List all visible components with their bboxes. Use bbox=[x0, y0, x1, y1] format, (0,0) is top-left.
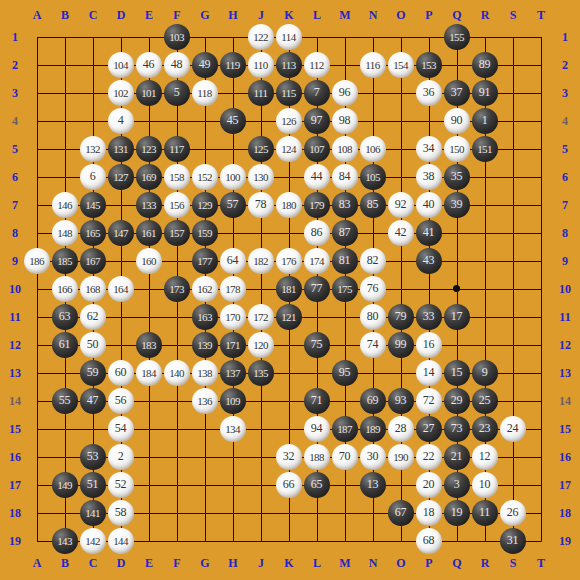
board-cell[interactable] bbox=[107, 303, 135, 331]
board-cell[interactable]: 141 bbox=[79, 499, 107, 527]
board-cell[interactable] bbox=[23, 275, 51, 303]
board-cell[interactable]: 130 bbox=[247, 163, 275, 191]
board-cell[interactable] bbox=[303, 303, 331, 331]
board-cell[interactable]: 136 bbox=[191, 387, 219, 415]
board-cell[interactable] bbox=[387, 527, 415, 555]
board-cell[interactable] bbox=[499, 387, 527, 415]
board-cell[interactable] bbox=[51, 443, 79, 471]
board-cell[interactable] bbox=[471, 163, 499, 191]
board-cell[interactable] bbox=[387, 79, 415, 107]
board-cell[interactable] bbox=[527, 219, 555, 247]
board-cell[interactable]: 188 bbox=[303, 443, 331, 471]
board-cell[interactable]: 137 bbox=[219, 359, 247, 387]
board-cell[interactable] bbox=[107, 23, 135, 51]
board-cell[interactable] bbox=[499, 163, 527, 191]
board-cell[interactable]: 124 bbox=[275, 135, 303, 163]
board-cell[interactable] bbox=[527, 275, 555, 303]
board-cell[interactable]: 59 bbox=[79, 359, 107, 387]
board-cell[interactable]: 183 bbox=[135, 331, 163, 359]
board-cell[interactable] bbox=[135, 23, 163, 51]
board-cell[interactable] bbox=[247, 415, 275, 443]
board-cell[interactable]: 70 bbox=[331, 443, 359, 471]
board-cell[interactable] bbox=[359, 23, 387, 51]
board-cell[interactable]: 73 bbox=[443, 415, 471, 443]
board-cell[interactable]: 5 bbox=[163, 79, 191, 107]
board-cell[interactable] bbox=[331, 499, 359, 527]
board-cell[interactable] bbox=[359, 219, 387, 247]
board-cell[interactable] bbox=[107, 191, 135, 219]
board-cell[interactable] bbox=[135, 387, 163, 415]
board-cell[interactable] bbox=[135, 527, 163, 555]
board-cell[interactable]: 67 bbox=[387, 499, 415, 527]
board-cell[interactable]: 132 bbox=[79, 135, 107, 163]
board-cell[interactable]: 170 bbox=[219, 303, 247, 331]
board-cell[interactable]: 122 bbox=[247, 23, 275, 51]
board-cell[interactable] bbox=[527, 107, 555, 135]
board-cell[interactable]: 142 bbox=[79, 527, 107, 555]
board-cell[interactable] bbox=[443, 331, 471, 359]
board-cell[interactable]: 107 bbox=[303, 135, 331, 163]
board-cell[interactable] bbox=[191, 471, 219, 499]
board-cell[interactable]: 36 bbox=[415, 79, 443, 107]
board-cell[interactable] bbox=[443, 219, 471, 247]
board-cell[interactable]: 164 bbox=[107, 275, 135, 303]
board-cell[interactable]: 33 bbox=[415, 303, 443, 331]
board-cell[interactable]: 140 bbox=[163, 359, 191, 387]
board-cell[interactable] bbox=[499, 219, 527, 247]
board-cell[interactable] bbox=[499, 79, 527, 107]
board-cell[interactable]: 150 bbox=[443, 135, 471, 163]
board-cell[interactable] bbox=[387, 163, 415, 191]
board-cell[interactable]: 69 bbox=[359, 387, 387, 415]
board-cell[interactable]: 41 bbox=[415, 219, 443, 247]
board-cell[interactable] bbox=[135, 107, 163, 135]
board-cell[interactable]: 98 bbox=[331, 107, 359, 135]
board-cell[interactable] bbox=[415, 107, 443, 135]
board-cell[interactable]: 20 bbox=[415, 471, 443, 499]
board-cell[interactable] bbox=[219, 471, 247, 499]
board-cell[interactable] bbox=[471, 275, 499, 303]
board-cell[interactable] bbox=[499, 191, 527, 219]
board-cell[interactable] bbox=[387, 23, 415, 51]
board-cell[interactable] bbox=[163, 443, 191, 471]
board-cell[interactable] bbox=[499, 331, 527, 359]
board-cell[interactable] bbox=[51, 51, 79, 79]
board-cell[interactable]: 72 bbox=[415, 387, 443, 415]
board-cell[interactable]: 90 bbox=[443, 107, 471, 135]
board-cell[interactable]: 17 bbox=[443, 303, 471, 331]
board-cell[interactable]: 12 bbox=[471, 443, 499, 471]
board-cell[interactable]: 3 bbox=[443, 471, 471, 499]
board-cell[interactable]: 76 bbox=[359, 275, 387, 303]
board-cell[interactable] bbox=[331, 527, 359, 555]
board-cell[interactable] bbox=[191, 527, 219, 555]
board-cell[interactable]: 158 bbox=[163, 163, 191, 191]
board-cell[interactable]: 180 bbox=[275, 191, 303, 219]
board-cell[interactable] bbox=[527, 443, 555, 471]
board-cell[interactable] bbox=[163, 499, 191, 527]
board-cell[interactable] bbox=[23, 499, 51, 527]
board-cell[interactable] bbox=[23, 51, 51, 79]
board-cell[interactable] bbox=[331, 51, 359, 79]
board-cell[interactable] bbox=[331, 331, 359, 359]
board-cell[interactable] bbox=[23, 23, 51, 51]
board-cell[interactable]: 123 bbox=[135, 135, 163, 163]
board-cell[interactable]: 143 bbox=[51, 527, 79, 555]
board-cell[interactable]: 155 bbox=[443, 23, 471, 51]
board-cell[interactable]: 133 bbox=[135, 191, 163, 219]
board-cell[interactable] bbox=[247, 527, 275, 555]
board-cell[interactable] bbox=[275, 219, 303, 247]
board-cell[interactable]: 94 bbox=[303, 415, 331, 443]
board-cell[interactable] bbox=[23, 107, 51, 135]
board-cell[interactable]: 30 bbox=[359, 443, 387, 471]
board-cell[interactable] bbox=[23, 79, 51, 107]
board-cell[interactable] bbox=[387, 275, 415, 303]
board-cell[interactable]: 151 bbox=[471, 135, 499, 163]
board-cell[interactable] bbox=[359, 79, 387, 107]
board-cell[interactable]: 99 bbox=[387, 331, 415, 359]
board-cell[interactable] bbox=[471, 23, 499, 51]
board-cell[interactable]: 126 bbox=[275, 107, 303, 135]
board-cell[interactable]: 91 bbox=[471, 79, 499, 107]
board-cell[interactable]: 148 bbox=[51, 219, 79, 247]
board-cell[interactable]: 46 bbox=[135, 51, 163, 79]
board-cell[interactable]: 75 bbox=[303, 331, 331, 359]
board-cell[interactable] bbox=[247, 499, 275, 527]
board-cell[interactable] bbox=[331, 471, 359, 499]
board-cell[interactable] bbox=[471, 247, 499, 275]
board-cell[interactable] bbox=[471, 219, 499, 247]
board-cell[interactable]: 34 bbox=[415, 135, 443, 163]
board-cell[interactable] bbox=[527, 79, 555, 107]
board-cell[interactable] bbox=[443, 247, 471, 275]
board-cell[interactable]: 27 bbox=[415, 415, 443, 443]
board-cell[interactable] bbox=[359, 527, 387, 555]
board-cell[interactable]: 58 bbox=[107, 499, 135, 527]
board-cell[interactable] bbox=[275, 499, 303, 527]
board-cell[interactable]: 29 bbox=[443, 387, 471, 415]
board-cell[interactable]: 65 bbox=[303, 471, 331, 499]
board-cell[interactable]: 102 bbox=[107, 79, 135, 107]
board-cell[interactable]: 127 bbox=[107, 163, 135, 191]
board-cell[interactable] bbox=[527, 303, 555, 331]
board-cell[interactable]: 68 bbox=[415, 527, 443, 555]
board-cell[interactable]: 96 bbox=[331, 79, 359, 107]
board-cell[interactable] bbox=[275, 359, 303, 387]
board-cell[interactable] bbox=[163, 471, 191, 499]
board-cell[interactable]: 97 bbox=[303, 107, 331, 135]
board-cell[interactable] bbox=[275, 527, 303, 555]
board-cell[interactable]: 162 bbox=[191, 275, 219, 303]
board-cell[interactable]: 48 bbox=[163, 51, 191, 79]
board-cell[interactable]: 7 bbox=[303, 79, 331, 107]
board-cell[interactable]: 44 bbox=[303, 163, 331, 191]
board-cell[interactable]: 89 bbox=[471, 51, 499, 79]
board-cell[interactable]: 178 bbox=[219, 275, 247, 303]
board-cell[interactable]: 62 bbox=[79, 303, 107, 331]
board-cell[interactable]: 38 bbox=[415, 163, 443, 191]
board-cell[interactable] bbox=[247, 219, 275, 247]
board-cell[interactable] bbox=[23, 471, 51, 499]
board-cell[interactable] bbox=[191, 443, 219, 471]
board-cell[interactable]: 81 bbox=[331, 247, 359, 275]
board-cell[interactable] bbox=[275, 415, 303, 443]
board-cell[interactable]: 64 bbox=[219, 247, 247, 275]
board-cell[interactable] bbox=[331, 387, 359, 415]
board-cell[interactable] bbox=[23, 163, 51, 191]
board-cell[interactable] bbox=[23, 303, 51, 331]
board-cell[interactable] bbox=[471, 527, 499, 555]
board-cell[interactable]: 145 bbox=[79, 191, 107, 219]
board-cell[interactable]: 169 bbox=[135, 163, 163, 191]
board-cell[interactable] bbox=[79, 23, 107, 51]
board-cell[interactable]: 21 bbox=[443, 443, 471, 471]
board-cell[interactable]: 16 bbox=[415, 331, 443, 359]
board-cell[interactable] bbox=[23, 527, 51, 555]
board-cell[interactable] bbox=[163, 331, 191, 359]
board-cell[interactable] bbox=[23, 219, 51, 247]
board-cell[interactable] bbox=[163, 527, 191, 555]
board-cell[interactable]: 55 bbox=[51, 387, 79, 415]
board-cell[interactable] bbox=[51, 135, 79, 163]
board-cell[interactable] bbox=[359, 359, 387, 387]
board-cell[interactable]: 15 bbox=[443, 359, 471, 387]
board-cell[interactable]: 85 bbox=[359, 191, 387, 219]
board-cell[interactable]: 74 bbox=[359, 331, 387, 359]
board-cell[interactable]: 77 bbox=[303, 275, 331, 303]
board-cell[interactable] bbox=[191, 415, 219, 443]
board-cell[interactable]: 173 bbox=[163, 275, 191, 303]
board-cell[interactable] bbox=[51, 359, 79, 387]
board-cell[interactable] bbox=[163, 303, 191, 331]
board-cell[interactable] bbox=[163, 107, 191, 135]
board-cell[interactable] bbox=[191, 23, 219, 51]
board-cell[interactable] bbox=[51, 107, 79, 135]
board-cell[interactable]: 84 bbox=[331, 163, 359, 191]
board-cell[interactable]: 116 bbox=[359, 51, 387, 79]
board-cell[interactable] bbox=[387, 471, 415, 499]
board-cell[interactable]: 86 bbox=[303, 219, 331, 247]
board-cell[interactable]: 186 bbox=[23, 247, 51, 275]
board-cell[interactable]: 42 bbox=[387, 219, 415, 247]
board-cell[interactable] bbox=[163, 415, 191, 443]
board-cell[interactable]: 125 bbox=[247, 135, 275, 163]
board-cell[interactable] bbox=[359, 107, 387, 135]
board-cell[interactable]: 129 bbox=[191, 191, 219, 219]
board-cell[interactable]: 61 bbox=[51, 331, 79, 359]
board-cell[interactable]: 103 bbox=[163, 23, 191, 51]
board-cell[interactable]: 1 bbox=[471, 107, 499, 135]
board-cell[interactable]: 71 bbox=[303, 387, 331, 415]
board-cell[interactable]: 39 bbox=[443, 191, 471, 219]
board-cell[interactable] bbox=[527, 247, 555, 275]
board-cell[interactable] bbox=[499, 275, 527, 303]
board-cell[interactable] bbox=[527, 471, 555, 499]
board-cell[interactable]: 79 bbox=[387, 303, 415, 331]
board-cell[interactable]: 83 bbox=[331, 191, 359, 219]
board-cell[interactable]: 175 bbox=[331, 275, 359, 303]
board-cell[interactable]: 10 bbox=[471, 471, 499, 499]
board-cell[interactable] bbox=[219, 499, 247, 527]
board-cell[interactable] bbox=[303, 527, 331, 555]
board-cell[interactable]: 108 bbox=[331, 135, 359, 163]
board-cell[interactable]: 134 bbox=[219, 415, 247, 443]
board-cell[interactable]: 109 bbox=[219, 387, 247, 415]
board-cell[interactable]: 47 bbox=[79, 387, 107, 415]
board-cell[interactable] bbox=[275, 387, 303, 415]
board-cell[interactable]: 117 bbox=[163, 135, 191, 163]
board-cell[interactable]: 52 bbox=[107, 471, 135, 499]
board-cell[interactable]: 163 bbox=[191, 303, 219, 331]
board-cell[interactable]: 166 bbox=[51, 275, 79, 303]
board-cell[interactable]: 190 bbox=[387, 443, 415, 471]
board-cell[interactable]: 174 bbox=[303, 247, 331, 275]
board-cell[interactable]: 146 bbox=[51, 191, 79, 219]
board-cell[interactable]: 120 bbox=[247, 331, 275, 359]
board-cell[interactable] bbox=[471, 331, 499, 359]
board-cell[interactable] bbox=[331, 303, 359, 331]
board-cell[interactable]: 106 bbox=[359, 135, 387, 163]
board-cell[interactable]: 154 bbox=[387, 51, 415, 79]
board-cell[interactable]: 165 bbox=[79, 219, 107, 247]
board-cell[interactable] bbox=[527, 163, 555, 191]
board-cell[interactable] bbox=[219, 219, 247, 247]
board-cell[interactable]: 22 bbox=[415, 443, 443, 471]
board-cell[interactable]: 168 bbox=[79, 275, 107, 303]
board-cell[interactable] bbox=[499, 443, 527, 471]
board-cell[interactable] bbox=[387, 107, 415, 135]
board-cell[interactable]: 181 bbox=[275, 275, 303, 303]
board-cell[interactable]: 105 bbox=[359, 163, 387, 191]
board-cell[interactable]: 159 bbox=[191, 219, 219, 247]
board-cell[interactable] bbox=[79, 107, 107, 135]
board-cell[interactable]: 185 bbox=[51, 247, 79, 275]
board-cell[interactable]: 24 bbox=[499, 415, 527, 443]
board-cell[interactable] bbox=[527, 191, 555, 219]
board-cell[interactable] bbox=[471, 303, 499, 331]
board-cell[interactable]: 51 bbox=[79, 471, 107, 499]
board-cell[interactable] bbox=[23, 135, 51, 163]
board-cell[interactable]: 135 bbox=[247, 359, 275, 387]
board-cell[interactable] bbox=[527, 51, 555, 79]
board-cell[interactable] bbox=[303, 23, 331, 51]
board-cell[interactable] bbox=[247, 471, 275, 499]
board-cell[interactable]: 4 bbox=[107, 107, 135, 135]
board-cell[interactable]: 184 bbox=[135, 359, 163, 387]
board-cell[interactable]: 156 bbox=[163, 191, 191, 219]
board-cell[interactable] bbox=[23, 191, 51, 219]
board-cell[interactable] bbox=[219, 527, 247, 555]
board-cell[interactable] bbox=[527, 135, 555, 163]
board-cell[interactable] bbox=[359, 499, 387, 527]
board-cell[interactable]: 82 bbox=[359, 247, 387, 275]
board-cell[interactable] bbox=[275, 163, 303, 191]
board-cell[interactable] bbox=[219, 443, 247, 471]
board-cell[interactable]: 66 bbox=[275, 471, 303, 499]
board-cell[interactable] bbox=[303, 499, 331, 527]
board-cell[interactable] bbox=[527, 359, 555, 387]
board-cell[interactable]: 171 bbox=[219, 331, 247, 359]
board-cell[interactable]: 111 bbox=[247, 79, 275, 107]
board-cell[interactable]: 6 bbox=[79, 163, 107, 191]
board-cell[interactable] bbox=[23, 359, 51, 387]
board-cell[interactable] bbox=[247, 107, 275, 135]
board-cell[interactable] bbox=[23, 387, 51, 415]
board-cell[interactable] bbox=[219, 23, 247, 51]
board-cell[interactable]: 149 bbox=[51, 471, 79, 499]
board-cell[interactable] bbox=[387, 135, 415, 163]
board-cell[interactable]: 121 bbox=[275, 303, 303, 331]
board-cell[interactable] bbox=[499, 51, 527, 79]
board-cell[interactable]: 43 bbox=[415, 247, 443, 275]
board-cell[interactable] bbox=[415, 275, 443, 303]
board-cell[interactable]: 78 bbox=[247, 191, 275, 219]
board-cell[interactable]: 131 bbox=[107, 135, 135, 163]
board-cell[interactable] bbox=[527, 415, 555, 443]
board-cell[interactable] bbox=[79, 51, 107, 79]
board-cell[interactable] bbox=[499, 247, 527, 275]
board-cell[interactable] bbox=[499, 303, 527, 331]
board-cell[interactable]: 119 bbox=[219, 51, 247, 79]
board-cell[interactable] bbox=[135, 303, 163, 331]
board-cell[interactable] bbox=[527, 23, 555, 51]
board-cell[interactable]: 63 bbox=[51, 303, 79, 331]
board-cell[interactable]: 23 bbox=[471, 415, 499, 443]
board-cell[interactable] bbox=[443, 275, 471, 303]
board-cell[interactable]: 167 bbox=[79, 247, 107, 275]
board-cell[interactable]: 152 bbox=[191, 163, 219, 191]
board-cell[interactable] bbox=[51, 79, 79, 107]
board-cell[interactable] bbox=[135, 275, 163, 303]
board-cell[interactable]: 13 bbox=[359, 471, 387, 499]
board-cell[interactable] bbox=[135, 415, 163, 443]
board-cell[interactable]: 31 bbox=[499, 527, 527, 555]
board-cell[interactable]: 25 bbox=[471, 387, 499, 415]
board-cell[interactable] bbox=[23, 415, 51, 443]
board-cell[interactable]: 87 bbox=[331, 219, 359, 247]
board-cell[interactable] bbox=[275, 331, 303, 359]
board-cell[interactable] bbox=[527, 387, 555, 415]
board-cell[interactable]: 160 bbox=[135, 247, 163, 275]
board-cell[interactable]: 2 bbox=[107, 443, 135, 471]
board-cell[interactable] bbox=[387, 247, 415, 275]
board-cell[interactable] bbox=[191, 499, 219, 527]
board-cell[interactable] bbox=[499, 135, 527, 163]
board-cell[interactable] bbox=[443, 527, 471, 555]
board-cell[interactable]: 95 bbox=[331, 359, 359, 387]
board-cell[interactable]: 49 bbox=[191, 51, 219, 79]
board-cell[interactable]: 50 bbox=[79, 331, 107, 359]
board-cell[interactable]: 32 bbox=[275, 443, 303, 471]
board-cell[interactable] bbox=[135, 499, 163, 527]
board-cell[interactable] bbox=[23, 331, 51, 359]
board-cell[interactable] bbox=[387, 359, 415, 387]
board-cell[interactable]: 45 bbox=[219, 107, 247, 135]
board-cell[interactable]: 189 bbox=[359, 415, 387, 443]
board-cell[interactable] bbox=[219, 79, 247, 107]
board-cell[interactable]: 14 bbox=[415, 359, 443, 387]
board-cell[interactable] bbox=[499, 23, 527, 51]
board-cell[interactable]: 112 bbox=[303, 51, 331, 79]
board-cell[interactable]: 35 bbox=[443, 163, 471, 191]
board-cell[interactable]: 161 bbox=[135, 219, 163, 247]
board-cell[interactable] bbox=[219, 135, 247, 163]
board-cell[interactable]: 113 bbox=[275, 51, 303, 79]
board-cell[interactable] bbox=[107, 331, 135, 359]
board-cell[interactable] bbox=[499, 471, 527, 499]
board-cell[interactable] bbox=[499, 107, 527, 135]
